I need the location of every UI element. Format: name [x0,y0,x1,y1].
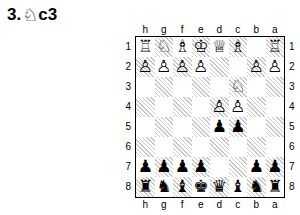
black-queen-icon: ♛ [212,178,227,195]
black-pawn-icon: ♟ [249,158,264,175]
square-d3 [210,77,229,97]
white-pawn-icon: ♙ [267,58,282,75]
square-g7: ♟ [155,157,174,177]
square-a8: ♜ [266,177,285,197]
square-a5 [266,117,285,137]
rank-label-3: 3 [121,76,135,96]
move-text: c3 [38,5,57,25]
rank-label-7: 7 [285,156,299,176]
square-e4 [192,97,211,117]
white-rook-icon: ♖ [138,38,153,55]
square-c2 [229,57,248,77]
square-c1: ♗ [229,37,248,57]
knight-icon: ♘ [22,6,38,24]
black-bishop-icon: ♝ [175,178,190,195]
rank-label-8: 8 [285,176,299,196]
board-grid: ♖♘♗♔♕♗♖♙♙♙♙♙♙♘♙♙♟♟♟♟♟♟♟♟♜♞♝♚♛♝♞♜ [135,36,285,198]
file-label-e: e [192,23,211,36]
square-h8: ♜ [136,177,155,197]
square-d7 [210,157,229,177]
white-pawn-icon: ♙ [249,58,264,75]
square-f2: ♙ [173,57,192,77]
file-label-b: b [247,23,266,36]
file-label-f: f [173,23,192,36]
white-bishop-icon: ♗ [175,38,190,55]
square-a2: ♙ [266,57,285,77]
file-label-e: e [192,198,211,211]
rank-label-2: 2 [285,56,299,76]
white-pawn-icon: ♙ [193,58,208,75]
white-bishop-icon: ♗ [230,38,245,55]
square-h1: ♖ [136,37,155,57]
file-label-h: h [136,23,155,36]
black-rook-icon: ♜ [138,178,153,195]
file-label-h: h [136,198,155,211]
black-pawn-icon: ♟ [175,158,190,175]
rank-label-6: 6 [285,136,299,156]
square-d6 [210,137,229,157]
file-label-g: g [155,198,174,211]
white-knight-icon: ♘ [156,38,171,55]
file-label-c: c [229,23,248,36]
white-rook-icon: ♖ [267,38,282,55]
square-b2: ♙ [247,57,266,77]
black-pawn-icon: ♟ [193,158,208,175]
white-pawn-icon: ♙ [230,98,245,115]
square-f3 [173,77,192,97]
square-a1: ♖ [266,37,285,57]
square-b3 [247,77,266,97]
square-f4 [173,97,192,117]
square-e1: ♔ [192,37,211,57]
square-e7: ♟ [192,157,211,177]
rank-label-1: 1 [121,36,135,56]
white-pawn-icon: ♙ [156,58,171,75]
square-b8: ♞ [247,177,266,197]
rank-label-1: 1 [285,36,299,56]
black-pawn-icon: ♟ [156,158,171,175]
black-knight-icon: ♞ [249,178,264,195]
file-label-c: c [229,198,248,211]
square-b7: ♟ [247,157,266,177]
square-h5 [136,117,155,137]
square-g1: ♘ [155,37,174,57]
file-label-g: g [155,23,174,36]
square-g6 [155,137,174,157]
black-rook-icon: ♜ [267,178,282,195]
white-pawn-icon: ♙ [175,58,190,75]
black-bishop-icon: ♝ [230,178,245,195]
white-pawn-icon: ♙ [138,58,153,75]
square-d5: ♟ [210,117,229,137]
square-f5 [173,117,192,137]
square-h2: ♙ [136,57,155,77]
square-a6 [266,137,285,157]
rank-labels-right: 12345678 [285,36,299,198]
square-a3 [266,77,285,97]
square-e6 [192,137,211,157]
square-d4: ♙ [210,97,229,117]
white-knight-icon: ♘ [230,78,245,95]
square-f8: ♝ [173,177,192,197]
square-g4 [155,97,174,117]
square-e5 [192,117,211,137]
chess-board: hgfedcba 12345678 ♖♘♗♔♕♗♖♙♙♙♙♙♙♘♙♙♟♟♟♟♟♟… [121,23,299,211]
file-label-a: a [266,198,285,211]
rank-label-7: 7 [121,156,135,176]
square-h6 [136,137,155,157]
square-c3: ♘ [229,77,248,97]
move-title: 3.♘c3 [7,5,57,25]
black-knight-icon: ♞ [156,178,171,195]
square-d1: ♕ [210,37,229,57]
black-pawn-icon: ♟ [230,118,245,135]
file-labels-bottom: hgfedcba [136,198,299,211]
square-a4 [266,97,285,117]
file-label-b: b [247,198,266,211]
move-number: 3. [7,5,21,25]
page: 3.♘c3 hgfedcba 12345678 ♖♘♗♔♕♗♖♙♙♙♙♙♙♘♙♙… [0,0,300,215]
file-label-f: f [173,198,192,211]
square-a7: ♟ [266,157,285,177]
square-b6 [247,137,266,157]
square-e8: ♚ [192,177,211,197]
rank-label-8: 8 [121,176,135,196]
square-e3 [192,77,211,97]
black-pawn-icon: ♟ [212,118,227,135]
square-b1 [247,37,266,57]
black-pawn-icon: ♟ [267,158,282,175]
rank-label-4: 4 [121,96,135,116]
square-c6 [229,137,248,157]
rank-label-3: 3 [285,76,299,96]
file-label-d: d [210,23,229,36]
square-f6 [173,137,192,157]
square-h3 [136,77,155,97]
white-queen-icon: ♕ [212,38,227,55]
square-b5 [247,117,266,137]
rank-label-4: 4 [285,96,299,116]
white-pawn-icon: ♙ [212,98,227,115]
black-king-icon: ♚ [193,178,208,195]
square-g8: ♞ [155,177,174,197]
rank-label-2: 2 [121,56,135,76]
square-c4: ♙ [229,97,248,117]
square-g2: ♙ [155,57,174,77]
square-g3 [155,77,174,97]
white-king-icon: ♔ [193,38,208,55]
black-pawn-icon: ♟ [138,158,153,175]
rank-labels-left: 12345678 [121,36,135,198]
square-f7: ♟ [173,157,192,177]
file-label-d: d [210,198,229,211]
rank-label-5: 5 [121,116,135,136]
file-label-a: a [266,23,285,36]
square-h7: ♟ [136,157,155,177]
rank-label-5: 5 [285,116,299,136]
square-d2 [210,57,229,77]
square-b4 [247,97,266,117]
square-e2: ♙ [192,57,211,77]
square-c7 [229,157,248,177]
file-labels-top: hgfedcba [136,23,299,36]
square-h4 [136,97,155,117]
square-c8: ♝ [229,177,248,197]
rank-label-6: 6 [121,136,135,156]
square-g5 [155,117,174,137]
square-c5: ♟ [229,117,248,137]
square-d8: ♛ [210,177,229,197]
square-f1: ♗ [173,37,192,57]
